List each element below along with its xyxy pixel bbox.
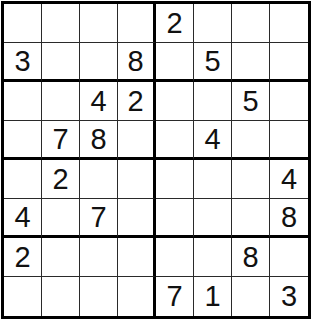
cell-r5c1[interactable]	[4, 160, 42, 199]
given-digit: 3	[281, 282, 297, 311]
given-digit: 4	[281, 165, 297, 194]
cell-r8c2[interactable]	[42, 277, 80, 316]
cell-r2c2[interactable]	[42, 43, 80, 82]
given-digit: 5	[204, 47, 220, 76]
sudoku-board: 23854257842447828713	[1, 1, 311, 319]
cell-r1c7[interactable]	[232, 4, 270, 43]
cell-r4c2[interactable]: 7	[42, 121, 80, 160]
given-digit: 5	[242, 87, 258, 116]
given-digit: 1	[204, 282, 220, 311]
cell-r5c4[interactable]	[118, 160, 156, 199]
given-digit: 8	[90, 125, 106, 154]
cell-r1c2[interactable]	[42, 4, 80, 43]
cell-r4c4[interactable]	[118, 121, 156, 160]
cell-r8c4[interactable]	[118, 277, 156, 316]
cell-r6c3[interactable]: 7	[80, 199, 118, 238]
given-digit: 8	[281, 203, 297, 232]
cell-r4c7[interactable]	[232, 121, 270, 160]
cell-r3c6[interactable]	[194, 82, 232, 121]
given-digit: 7	[166, 282, 182, 311]
cell-r4c3[interactable]: 8	[80, 121, 118, 160]
given-digit: 2	[52, 165, 68, 194]
cell-r5c7[interactable]	[232, 160, 270, 199]
cell-r1c1[interactable]	[4, 4, 42, 43]
cell-r3c1[interactable]	[4, 82, 42, 121]
cell-r2c8[interactable]	[270, 43, 308, 82]
cell-r1c6[interactable]	[194, 4, 232, 43]
cell-r1c4[interactable]	[118, 4, 156, 43]
cell-r6c4[interactable]	[118, 199, 156, 238]
given-digit: 8	[242, 243, 258, 272]
cell-r2c3[interactable]	[80, 43, 118, 82]
given-digit: 2	[127, 87, 143, 116]
cell-r6c6[interactable]	[194, 199, 232, 238]
cell-r7c2[interactable]	[42, 238, 80, 277]
cell-r3c8[interactable]	[270, 82, 308, 121]
cell-r8c7[interactable]	[232, 277, 270, 316]
given-digit: 4	[14, 203, 30, 232]
cell-r8c1[interactable]	[4, 277, 42, 316]
cell-r1c5[interactable]: 2	[156, 4, 194, 43]
given-digit: 4	[204, 125, 220, 154]
cell-r7c1[interactable]: 2	[4, 238, 42, 277]
cell-r7c8[interactable]	[270, 238, 308, 277]
cell-r8c6[interactable]: 1	[194, 277, 232, 316]
cell-r2c6[interactable]: 5	[194, 43, 232, 82]
cell-r5c5[interactable]	[156, 160, 194, 199]
cell-r2c5[interactable]	[156, 43, 194, 82]
given-digit: 2	[166, 9, 182, 38]
cell-r1c8[interactable]	[270, 4, 308, 43]
cell-r5c8[interactable]: 4	[270, 160, 308, 199]
cell-r3c5[interactable]	[156, 82, 194, 121]
given-digit: 7	[52, 125, 68, 154]
cell-r4c6[interactable]: 4	[194, 121, 232, 160]
cell-r7c7[interactable]: 8	[232, 238, 270, 277]
cell-r7c3[interactable]	[80, 238, 118, 277]
cell-r6c8[interactable]: 8	[270, 199, 308, 238]
cell-r5c3[interactable]	[80, 160, 118, 199]
cell-r3c3[interactable]: 4	[80, 82, 118, 121]
cell-r8c8[interactable]: 3	[270, 277, 308, 316]
cell-r1c3[interactable]	[80, 4, 118, 43]
cell-r6c5[interactable]	[156, 199, 194, 238]
cell-r2c1[interactable]: 3	[4, 43, 42, 82]
cell-r6c2[interactable]	[42, 199, 80, 238]
cell-r6c1[interactable]: 4	[4, 199, 42, 238]
cell-r8c5[interactable]: 7	[156, 277, 194, 316]
given-digit: 2	[14, 243, 30, 272]
cell-r8c3[interactable]	[80, 277, 118, 316]
cell-r3c2[interactable]	[42, 82, 80, 121]
cell-r7c4[interactable]	[118, 238, 156, 277]
given-digit: 8	[127, 47, 143, 76]
cell-r2c4[interactable]: 8	[118, 43, 156, 82]
cell-r5c2[interactable]: 2	[42, 160, 80, 199]
cell-r4c5[interactable]	[156, 121, 194, 160]
given-digit: 4	[90, 87, 106, 116]
cell-r2c7[interactable]	[232, 43, 270, 82]
given-digit: 7	[90, 203, 106, 232]
cell-r6c7[interactable]	[232, 199, 270, 238]
cell-r3c7[interactable]: 5	[232, 82, 270, 121]
cell-r4c1[interactable]	[4, 121, 42, 160]
cell-r4c8[interactable]	[270, 121, 308, 160]
cell-r7c5[interactable]	[156, 238, 194, 277]
cell-r5c6[interactable]	[194, 160, 232, 199]
cell-r7c6[interactable]	[194, 238, 232, 277]
given-digit: 3	[14, 47, 30, 76]
cell-r3c4[interactable]: 2	[118, 82, 156, 121]
